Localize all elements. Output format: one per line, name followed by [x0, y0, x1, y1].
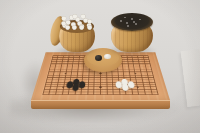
board-cell: ●: [122, 86, 128, 88]
board-cell: [155, 93, 162, 96]
bowl-white-stone: ●: [80, 13, 85, 19]
stone-glint: [124, 17, 126, 19]
black-stone-bowl: [110, 11, 154, 53]
stone-glint: [133, 21, 135, 23]
bowl-white-stone: ●: [87, 24, 92, 30]
black-stone-pile: [111, 13, 153, 31]
stone-glint: [126, 22, 128, 24]
board-cell: ●: [79, 83, 85, 85]
stone-glint: [131, 18, 133, 20]
bowl-white-stone: ●: [72, 13, 77, 19]
captured-black-stone: [95, 55, 102, 61]
captured-white-stone: [104, 54, 111, 59]
bowl-white-stone: ●: [61, 20, 66, 26]
bowl-white-stone: ●: [72, 24, 77, 30]
white-stone-heap: ●●●●●●●●●●●●●●●●●●: [61, 13, 93, 29]
board-cell: ●: [72, 86, 78, 88]
white-stone-bowl: ●●●●●●●●●●●●●●●●●●: [58, 13, 96, 53]
star-point: [99, 86, 101, 88]
star-point: [136, 86, 139, 88]
bowl-white-stone: ●: [79, 24, 84, 30]
board-front-edge: [31, 100, 170, 109]
stone-glint: [135, 23, 137, 25]
background-paper: [181, 49, 200, 107]
star-point: [99, 73, 101, 74]
white-stone: ●: [121, 82, 129, 91]
stone-glint: [120, 20, 122, 22]
black-stone: ●: [71, 82, 79, 91]
stone-glint: [127, 25, 129, 27]
go-board-photo: ●●●●●●●● ●●●●●●●●●●●●●●●●●●: [0, 0, 200, 133]
stone-glint: [139, 19, 141, 21]
